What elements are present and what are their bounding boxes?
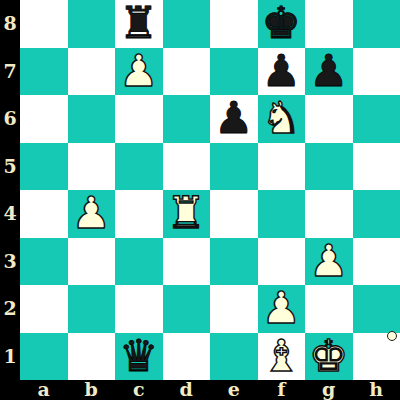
rank-label-7: 7 — [0, 48, 20, 96]
square-e4[interactable] — [210, 190, 258, 238]
file-label-h: h — [353, 380, 400, 400]
file-label-g: g — [305, 380, 353, 400]
black-rook-c8[interactable]: ♜ — [119, 0, 158, 47]
square-h6[interactable] — [353, 95, 400, 143]
rank-label-3: 3 — [0, 238, 20, 286]
square-g7[interactable]: ♟ — [305, 48, 353, 96]
square-b1[interactable] — [68, 333, 116, 381]
square-f4[interactable] — [258, 190, 306, 238]
black-pawn-g7[interactable]: ♟ — [309, 47, 348, 95]
square-c2[interactable] — [115, 285, 163, 333]
square-e6[interactable]: ♟ — [210, 95, 258, 143]
square-f1[interactable]: ♝ — [258, 333, 306, 381]
square-e1[interactable] — [210, 333, 258, 381]
file-label-f: f — [258, 380, 306, 400]
rank-labels: 87654321 — [0, 0, 20, 380]
square-c4[interactable] — [115, 190, 163, 238]
square-g6[interactable] — [305, 95, 353, 143]
white-pawn-b4[interactable]: ♟ — [72, 189, 111, 237]
square-e8[interactable] — [210, 0, 258, 48]
square-e5[interactable] — [210, 143, 258, 191]
square-b5[interactable] — [68, 143, 116, 191]
white-king-g1[interactable]: ♚ — [309, 332, 348, 380]
square-d5[interactable] — [163, 143, 211, 191]
white-knight-f6[interactable]: ♞ — [262, 94, 301, 142]
square-d3[interactable] — [163, 238, 211, 286]
square-h5[interactable] — [353, 143, 400, 191]
black-queen-c1[interactable]: ♛ — [119, 332, 158, 380]
file-label-a: a — [20, 380, 68, 400]
square-e2[interactable] — [210, 285, 258, 333]
file-label-b: b — [68, 380, 116, 400]
square-a8[interactable] — [20, 0, 68, 48]
square-a7[interactable] — [20, 48, 68, 96]
square-c3[interactable] — [115, 238, 163, 286]
square-g2[interactable] — [305, 285, 353, 333]
file-labels: abcdefgh — [20, 380, 400, 400]
square-e7[interactable] — [210, 48, 258, 96]
square-c6[interactable] — [115, 95, 163, 143]
white-bishop-f1[interactable]: ♝ — [262, 332, 301, 380]
side-to-move-indicator — [387, 331, 397, 341]
square-f3[interactable] — [258, 238, 306, 286]
square-f5[interactable] — [258, 143, 306, 191]
square-h4[interactable] — [353, 190, 400, 238]
rank-label-8: 8 — [0, 0, 20, 48]
square-b7[interactable] — [68, 48, 116, 96]
black-pawn-f7[interactable]: ♟ — [262, 47, 301, 95]
square-c1[interactable]: ♛ — [115, 333, 163, 381]
square-f2[interactable]: ♟ — [258, 285, 306, 333]
file-label-c: c — [115, 380, 163, 400]
square-g8[interactable] — [305, 0, 353, 48]
file-label-e: e — [210, 380, 258, 400]
square-b2[interactable] — [68, 285, 116, 333]
chess-diagram: 87654321 ♜♚♟♟♟♟♞♟♜♟♟♛♝♚ abcdefgh — [0, 0, 400, 400]
square-c8[interactable]: ♜ — [115, 0, 163, 48]
square-g3[interactable]: ♟ — [305, 238, 353, 286]
square-g1[interactable]: ♚ — [305, 333, 353, 381]
white-rook-d4[interactable]: ♜ — [167, 189, 206, 237]
square-d7[interactable] — [163, 48, 211, 96]
square-a1[interactable] — [20, 333, 68, 381]
square-d6[interactable] — [163, 95, 211, 143]
square-d4[interactable]: ♜ — [163, 190, 211, 238]
square-h2[interactable] — [353, 285, 400, 333]
rank-label-6: 6 — [0, 95, 20, 143]
rank-label-2: 2 — [0, 285, 20, 333]
square-a3[interactable] — [20, 238, 68, 286]
square-c7[interactable]: ♟ — [115, 48, 163, 96]
square-d8[interactable] — [163, 0, 211, 48]
black-king-f8[interactable]: ♚ — [262, 0, 301, 47]
square-a4[interactable] — [20, 190, 68, 238]
square-c5[interactable] — [115, 143, 163, 191]
square-d1[interactable] — [163, 333, 211, 381]
square-a6[interactable] — [20, 95, 68, 143]
rank-label-1: 1 — [0, 333, 20, 381]
square-a2[interactable] — [20, 285, 68, 333]
square-h7[interactable] — [353, 48, 400, 96]
white-pawn-c7[interactable]: ♟ — [119, 47, 158, 95]
white-pawn-g3[interactable]: ♟ — [309, 237, 348, 285]
square-g4[interactable] — [305, 190, 353, 238]
file-label-d: d — [163, 380, 211, 400]
square-b4[interactable]: ♟ — [68, 190, 116, 238]
square-a5[interactable] — [20, 143, 68, 191]
square-b6[interactable] — [68, 95, 116, 143]
rank-label-4: 4 — [0, 190, 20, 238]
square-h3[interactable] — [353, 238, 400, 286]
square-f7[interactable]: ♟ — [258, 48, 306, 96]
square-h8[interactable] — [353, 0, 400, 48]
square-b8[interactable] — [68, 0, 116, 48]
square-b3[interactable] — [68, 238, 116, 286]
white-pawn-f2[interactable]: ♟ — [262, 284, 301, 332]
square-e3[interactable] — [210, 238, 258, 286]
black-pawn-e6[interactable]: ♟ — [214, 94, 253, 142]
chess-board[interactable]: ♜♚♟♟♟♟♞♟♜♟♟♛♝♚ — [20, 0, 400, 380]
square-g5[interactable] — [305, 143, 353, 191]
square-f6[interactable]: ♞ — [258, 95, 306, 143]
rank-label-5: 5 — [0, 143, 20, 191]
square-f8[interactable]: ♚ — [258, 0, 306, 48]
square-d2[interactable] — [163, 285, 211, 333]
